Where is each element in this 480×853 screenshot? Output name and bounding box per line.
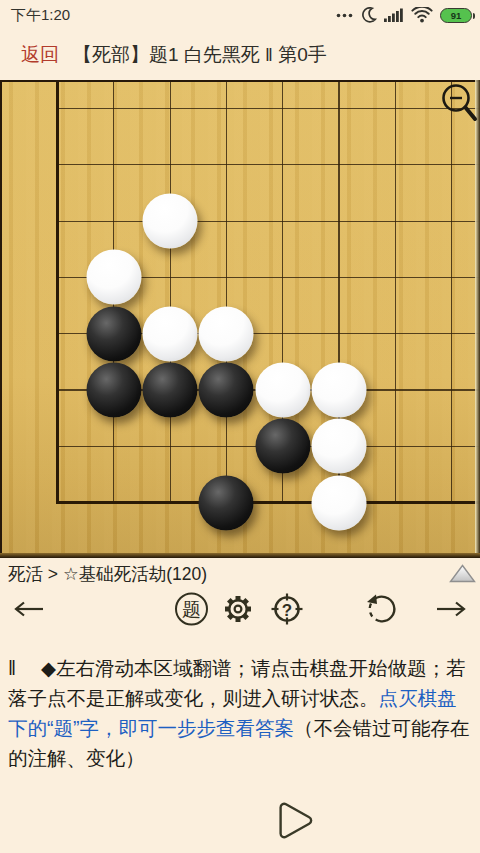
play-button[interactable] — [273, 797, 320, 847]
black-stone — [199, 475, 254, 530]
black-stone — [255, 419, 310, 474]
white-stone — [199, 306, 254, 361]
board-bezel — [475, 80, 480, 558]
wifi-icon — [411, 7, 433, 23]
instructions-text: ‖ ◆左右滑动本区域翻谱；请点击棋盘开始做题；若落子点不是正解或变化，则进入研讨… — [0, 653, 480, 773]
settings-gear-icon[interactable] — [221, 592, 255, 626]
help-question-icon[interactable]: ? — [269, 591, 305, 627]
toolbar: 题 ? — [0, 588, 480, 630]
signal-icon — [384, 8, 404, 22]
white-stone — [143, 194, 198, 249]
svg-text:?: ? — [282, 601, 292, 620]
board-left-edge-line — [56, 80, 59, 503]
zoom-out-icon[interactable] — [437, 81, 479, 125]
battery-icon: 91 — [440, 8, 472, 23]
board-bezel — [0, 80, 2, 558]
collapse-up-icon[interactable] — [449, 564, 476, 583]
more-dots-icon — [336, 12, 353, 19]
back-button[interactable]: 返回 — [21, 42, 59, 68]
previous-move-icon[interactable] — [12, 600, 46, 618]
page-title: 【死部】题1 白先黑死 ‖ 第0手 — [73, 42, 327, 68]
problem-badge-label: 题 — [182, 596, 201, 622]
status-icons: 91 — [336, 7, 472, 24]
battery-percent: 91 — [451, 10, 462, 21]
board-bezel — [0, 80, 480, 82]
white-stone — [255, 363, 310, 418]
white-stone — [312, 475, 367, 530]
board-bottom-edge-line — [56, 501, 480, 504]
black-stone — [86, 363, 141, 418]
black-stone — [199, 363, 254, 418]
reset-refresh-icon[interactable] — [364, 591, 400, 627]
moon-icon — [360, 7, 377, 24]
app-screen: 下午1:20 91 返回 — [0, 0, 480, 853]
title-bar: 返回 【死部】题1 白先黑死 ‖ 第0手 — [0, 30, 480, 80]
status-bar: 下午1:20 91 — [0, 0, 480, 30]
problem-badge[interactable]: 题 — [175, 593, 208, 626]
breadcrumb-bar: 死活 > ☆基础死活劫(120) — [0, 558, 480, 590]
next-move-icon[interactable] — [434, 600, 468, 618]
white-stone — [312, 363, 367, 418]
go-board[interactable] — [0, 80, 480, 558]
black-stone — [143, 363, 198, 418]
clock: 下午1:20 — [8, 6, 70, 25]
black-stone — [86, 306, 141, 361]
breadcrumb[interactable]: 死活 > ☆基础死活劫(120) — [8, 562, 207, 586]
white-stone — [86, 250, 141, 305]
white-stone — [312, 419, 367, 474]
white-stone — [143, 306, 198, 361]
